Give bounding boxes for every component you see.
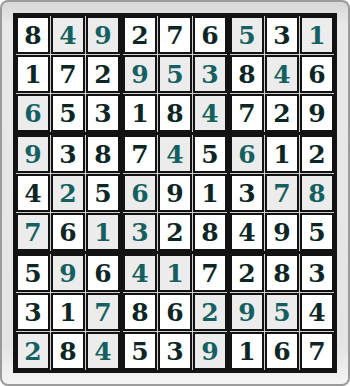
cell-r7c3[interactable]: 6 <box>86 254 120 292</box>
cell-r1c6[interactable]: 6 <box>193 16 227 54</box>
box-3-2: 417862539 <box>123 254 227 370</box>
box-2-2: 745691328 <box>123 135 227 251</box>
cell-r4c7[interactable]: 6 <box>230 135 264 173</box>
cell-r2c6[interactable]: 3 <box>193 55 227 93</box>
cell-r7c9[interactable]: 3 <box>300 254 334 292</box>
cell-r9c8[interactable]: 6 <box>265 332 299 370</box>
cell-r1c8[interactable]: 3 <box>265 16 299 54</box>
cell-r7c7[interactable]: 2 <box>230 254 264 292</box>
cell-r6c7[interactable]: 4 <box>230 213 264 251</box>
cell-r2c8[interactable]: 4 <box>265 55 299 93</box>
cell-r6c9[interactable]: 5 <box>300 213 334 251</box>
cell-r1c4[interactable]: 2 <box>123 16 157 54</box>
box-2-1: 938425761 <box>16 135 120 251</box>
cell-r5c7[interactable]: 3 <box>230 174 264 212</box>
sudoku-widget: 8491726532769531845318467299384257617456… <box>0 0 350 386</box>
cell-r4c4[interactable]: 7 <box>123 135 157 173</box>
cell-r2c3[interactable]: 2 <box>86 55 120 93</box>
cell-r9c4[interactable]: 5 <box>123 332 157 370</box>
box-3-3: 283954167 <box>230 254 334 370</box>
cell-r5c2[interactable]: 2 <box>51 174 85 212</box>
cell-r9c9[interactable]: 7 <box>300 332 334 370</box>
box-1-1: 849172653 <box>16 16 120 132</box>
cell-r8c6[interactable]: 2 <box>193 293 227 331</box>
cell-r6c6[interactable]: 8 <box>193 213 227 251</box>
cell-r6c2[interactable]: 6 <box>51 213 85 251</box>
cell-r5c8[interactable]: 7 <box>265 174 299 212</box>
cell-r9c6[interactable]: 9 <box>193 332 227 370</box>
cell-r7c1[interactable]: 5 <box>16 254 50 292</box>
cell-r1c2[interactable]: 4 <box>51 16 85 54</box>
cell-r2c1[interactable]: 1 <box>16 55 50 93</box>
cell-r6c3[interactable]: 1 <box>86 213 120 251</box>
cell-r5c3[interactable]: 5 <box>86 174 120 212</box>
cell-r3c3[interactable]: 3 <box>86 94 120 132</box>
cell-r6c4[interactable]: 3 <box>123 213 157 251</box>
cell-r3c8[interactable]: 2 <box>265 94 299 132</box>
cell-r3c5[interactable]: 8 <box>158 94 192 132</box>
cell-r3c6[interactable]: 4 <box>193 94 227 132</box>
cell-r7c4[interactable]: 4 <box>123 254 157 292</box>
cell-r2c5[interactable]: 5 <box>158 55 192 93</box>
cell-r8c7[interactable]: 9 <box>230 293 264 331</box>
cell-r4c1[interactable]: 9 <box>16 135 50 173</box>
cell-r2c2[interactable]: 7 <box>51 55 85 93</box>
cell-r4c2[interactable]: 3 <box>51 135 85 173</box>
cell-r1c7[interactable]: 5 <box>230 16 264 54</box>
box-2-3: 612378495 <box>230 135 334 251</box>
cell-r8c2[interactable]: 1 <box>51 293 85 331</box>
cell-r9c7[interactable]: 1 <box>230 332 264 370</box>
cell-r1c3[interactable]: 9 <box>86 16 120 54</box>
cell-r5c1[interactable]: 4 <box>16 174 50 212</box>
cell-r3c4[interactable]: 1 <box>123 94 157 132</box>
cell-r4c6[interactable]: 5 <box>193 135 227 173</box>
cell-r2c4[interactable]: 9 <box>123 55 157 93</box>
cell-r9c5[interactable]: 3 <box>158 332 192 370</box>
sudoku-board: 8491726532769531845318467299384257617456… <box>13 13 337 373</box>
cell-r7c5[interactable]: 1 <box>158 254 192 292</box>
cell-r2c7[interactable]: 8 <box>230 55 264 93</box>
cell-r9c1[interactable]: 2 <box>16 332 50 370</box>
cell-r6c1[interactable]: 7 <box>16 213 50 251</box>
cell-r1c1[interactable]: 8 <box>16 16 50 54</box>
cell-r3c2[interactable]: 5 <box>51 94 85 132</box>
box-3-1: 596317284 <box>16 254 120 370</box>
cell-r5c9[interactable]: 8 <box>300 174 334 212</box>
box-1-2: 276953184 <box>123 16 227 132</box>
cell-r6c5[interactable]: 2 <box>158 213 192 251</box>
cell-r6c8[interactable]: 9 <box>265 213 299 251</box>
cell-r1c9[interactable]: 1 <box>300 16 334 54</box>
cell-r8c9[interactable]: 4 <box>300 293 334 331</box>
cell-r5c5[interactable]: 9 <box>158 174 192 212</box>
cell-r9c2[interactable]: 8 <box>51 332 85 370</box>
cell-r5c4[interactable]: 6 <box>123 174 157 212</box>
cell-r7c8[interactable]: 8 <box>265 254 299 292</box>
cell-r3c9[interactable]: 9 <box>300 94 334 132</box>
cell-r4c8[interactable]: 1 <box>265 135 299 173</box>
cell-r8c4[interactable]: 8 <box>123 293 157 331</box>
cell-r4c9[interactable]: 2 <box>300 135 334 173</box>
cell-r8c1[interactable]: 3 <box>16 293 50 331</box>
cell-r4c5[interactable]: 4 <box>158 135 192 173</box>
cell-r7c6[interactable]: 7 <box>193 254 227 292</box>
cell-r8c5[interactable]: 6 <box>158 293 192 331</box>
box-1-3: 531846729 <box>230 16 334 132</box>
cell-r8c8[interactable]: 5 <box>265 293 299 331</box>
cell-r7c2[interactable]: 9 <box>51 254 85 292</box>
cell-r1c5[interactable]: 7 <box>158 16 192 54</box>
cell-r2c9[interactable]: 6 <box>300 55 334 93</box>
cell-r9c3[interactable]: 4 <box>86 332 120 370</box>
cell-r5c6[interactable]: 1 <box>193 174 227 212</box>
cell-r3c7[interactable]: 7 <box>230 94 264 132</box>
cell-r3c1[interactable]: 6 <box>16 94 50 132</box>
cell-r8c3[interactable]: 7 <box>86 293 120 331</box>
cell-r4c3[interactable]: 8 <box>86 135 120 173</box>
